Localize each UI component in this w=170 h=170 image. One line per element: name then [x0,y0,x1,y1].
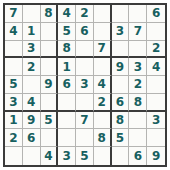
cell-r5c1[interactable]: 5 [5,76,23,94]
cell-r6c7[interactable]: 6 [112,94,130,112]
cell-r4c6[interactable] [94,58,112,76]
cell-r5c3[interactable]: 9 [41,76,59,94]
cell-r7c7[interactable]: 8 [112,112,130,130]
cell-r6c2[interactable]: 4 [23,94,41,112]
cell-r4c8[interactable]: 3 [129,58,147,76]
cell-r1c5[interactable]: 2 [76,5,94,23]
cell-r3c3[interactable] [41,41,59,59]
cell-r5c4[interactable]: 6 [58,76,76,94]
cell-r7c1[interactable]: 1 [5,112,23,130]
cell-r1c7[interactable] [112,5,130,23]
cell-r5c6[interactable]: 4 [94,76,112,94]
cell-r9c3[interactable]: 4 [41,147,59,165]
cell-r8c1[interactable]: 2 [5,129,23,147]
cell-r6c4[interactable] [58,94,76,112]
cell-r8c4[interactable] [58,129,76,147]
cell-r8c5[interactable] [76,129,94,147]
cell-r4c5[interactable] [76,58,94,76]
cell-r1c2[interactable] [23,5,41,23]
cell-r1c1[interactable]: 7 [5,5,23,23]
cell-r6c9[interactable] [147,94,165,112]
cell-r5c5[interactable]: 3 [76,76,94,94]
cell-r2c5[interactable]: 6 [76,23,94,41]
cell-r9c7[interactable] [112,147,130,165]
cell-r7c4[interactable] [58,112,76,130]
cell-r3c9[interactable]: 2 [147,41,165,59]
cell-r3c8[interactable] [129,41,147,59]
cell-r6c3[interactable] [41,94,59,112]
cell-r1c8[interactable] [129,5,147,23]
cell-r4c7[interactable]: 9 [112,58,130,76]
cell-r5c7[interactable] [112,76,130,94]
cell-r2c1[interactable]: 4 [5,23,23,41]
cell-r9c8[interactable]: 6 [129,147,147,165]
cell-r8c8[interactable] [129,129,147,147]
cell-r6c8[interactable]: 8 [129,94,147,112]
cell-r5c2[interactable] [23,76,41,94]
cell-r7c2[interactable]: 9 [23,112,41,130]
cell-r5c9[interactable] [147,76,165,94]
cell-r3c7[interactable] [112,41,130,59]
sudoku-page: 7842641563738722193459634234268195783268… [0,0,170,167]
cell-r4c1[interactable] [5,58,23,76]
cell-r5c8[interactable]: 2 [129,76,147,94]
cell-r6c6[interactable]: 2 [94,94,112,112]
cell-r8c6[interactable]: 8 [94,129,112,147]
cell-r8c2[interactable]: 6 [23,129,41,147]
cell-r6c1[interactable]: 3 [5,94,23,112]
cell-r3c6[interactable]: 7 [94,41,112,59]
cell-r2c2[interactable]: 1 [23,23,41,41]
sudoku-board: 7842641563738722193459634234268195783268… [3,3,167,167]
cell-r2c3[interactable] [41,23,59,41]
cell-r2c4[interactable]: 5 [58,23,76,41]
cell-r7c9[interactable]: 3 [147,112,165,130]
cell-r6c5[interactable] [76,94,94,112]
cell-r9c6[interactable] [94,147,112,165]
cell-r4c9[interactable]: 4 [147,58,165,76]
cell-r4c2[interactable]: 2 [23,58,41,76]
cell-r1c6[interactable] [94,5,112,23]
cell-r2c6[interactable] [94,23,112,41]
cell-r2c7[interactable]: 3 [112,23,130,41]
cell-r9c4[interactable]: 3 [58,147,76,165]
cell-r9c5[interactable]: 5 [76,147,94,165]
cell-r8c3[interactable] [41,129,59,147]
cell-r7c8[interactable] [129,112,147,130]
cell-r3c5[interactable] [76,41,94,59]
cell-r9c2[interactable] [23,147,41,165]
cell-r2c8[interactable]: 7 [129,23,147,41]
cell-r8c9[interactable] [147,129,165,147]
cell-r1c9[interactable]: 6 [147,5,165,23]
cell-r9c1[interactable] [5,147,23,165]
cell-r7c6[interactable] [94,112,112,130]
cell-r2c9[interactable] [147,23,165,41]
cell-r4c4[interactable]: 1 [58,58,76,76]
cell-r7c3[interactable]: 5 [41,112,59,130]
cell-r3c1[interactable] [5,41,23,59]
cell-r1c3[interactable]: 8 [41,5,59,23]
cell-r4c3[interactable] [41,58,59,76]
cell-r8c7[interactable]: 5 [112,129,130,147]
cell-r3c2[interactable]: 3 [23,41,41,59]
cell-r9c9[interactable]: 9 [147,147,165,165]
cell-r1c4[interactable]: 4 [58,5,76,23]
cell-r7c5[interactable]: 7 [76,112,94,130]
cell-r3c4[interactable]: 8 [58,41,76,59]
